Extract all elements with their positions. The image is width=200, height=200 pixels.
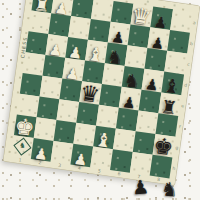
photo-of-chess-board: CHESS ♜♟♛♟♟♟♟♟♝♞♟♞♟♝♛♟♜♚♝♚♞♟♟ 12345678 a… xyxy=(0,0,200,200)
captured-piece-bN[interactable]: ♞ xyxy=(160,179,179,199)
chess-board: CHESS ♜♟♛♟♟♟♟♟♝♞♟♞♟♝♛♟♜♚♝♚♞♟♟ 12345678 a… xyxy=(3,0,200,185)
square-e8[interactable]: ♜ xyxy=(158,92,181,116)
square-a8[interactable] xyxy=(170,9,193,33)
square-d8[interactable]: ♝ xyxy=(161,71,184,95)
piece-white-P-h4[interactable]: ♟ xyxy=(73,151,88,168)
knight-logo-icon: ♞ xyxy=(13,137,31,155)
square-g8[interactable]: ♚ xyxy=(152,133,175,157)
square-c8[interactable] xyxy=(164,50,187,74)
piece-white-P-h2[interactable]: ♟ xyxy=(33,146,48,163)
square-h8[interactable] xyxy=(149,154,172,178)
square-b8[interactable] xyxy=(167,29,190,53)
captured-piece-bP[interactable]: ♟ xyxy=(131,177,149,197)
board-squares: ♜♟♛♟♟♟♟♟♝♞♟♞♟♝♛♟♜♚♝♚♞♟♟ xyxy=(11,0,193,178)
